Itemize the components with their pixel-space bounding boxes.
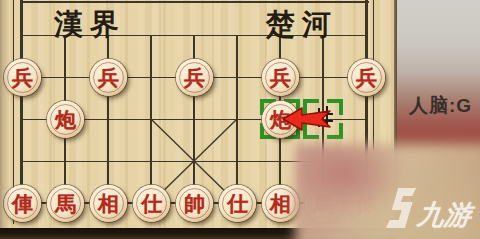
piece-glyph: 仕 bbox=[227, 193, 248, 214]
jiuyou-logo-icon bbox=[386, 188, 416, 228]
watermark-text: 九游 bbox=[416, 201, 473, 228]
piece-cannon[interactable]: 炮 bbox=[47, 101, 84, 138]
piece-advisor[interactable]: 仕 bbox=[219, 185, 256, 222]
piece-horse[interactable]: 馬 bbox=[47, 185, 84, 222]
piece-glyph: 兵 bbox=[12, 67, 33, 88]
piece-glyph: 帥 bbox=[184, 193, 205, 214]
piece-glyph: 相 bbox=[98, 193, 119, 214]
piece-elephant[interactable]: 相 bbox=[262, 185, 299, 222]
gridline bbox=[21, 1, 369, 3]
player-label: 人脑:G bbox=[409, 93, 472, 119]
piece-soldier[interactable]: 兵 bbox=[176, 59, 213, 96]
piece-advisor[interactable]: 仕 bbox=[133, 185, 170, 222]
piece-soldier[interactable]: 兵 bbox=[262, 59, 299, 96]
piece-glyph: 兵 bbox=[98, 67, 119, 88]
piece-glyph: 兵 bbox=[356, 67, 377, 88]
last-move-arrow-icon bbox=[282, 106, 332, 132]
piece-glyph: 俥 bbox=[12, 193, 33, 214]
piece-soldier[interactable]: 兵 bbox=[90, 59, 127, 96]
piece-soldier[interactable]: 兵 bbox=[348, 59, 385, 96]
board-edge-shadow bbox=[0, 0, 10, 228]
river-label-han-jie: 漢界 bbox=[54, 5, 126, 45]
piece-glyph: 相 bbox=[270, 193, 291, 214]
piece-elephant[interactable]: 相 bbox=[90, 185, 127, 222]
piece-glyph: 兵 bbox=[270, 67, 291, 88]
piece-glyph: 兵 bbox=[184, 67, 205, 88]
gridline bbox=[20, 0, 23, 204]
screenshot: 漢界 楚河 兵兵兵兵兵炮炮俥馬相仕帥仕相馬俥 人脑:G 九游 bbox=[0, 0, 480, 239]
piece-glyph: 炮 bbox=[55, 109, 76, 130]
piece-general[interactable]: 帥 bbox=[176, 185, 213, 222]
piece-glyph: 馬 bbox=[55, 193, 76, 214]
river-label-chu-he: 楚河 bbox=[266, 5, 338, 45]
piece-glyph: 仕 bbox=[141, 193, 162, 214]
watermark: 九游 bbox=[386, 188, 474, 228]
